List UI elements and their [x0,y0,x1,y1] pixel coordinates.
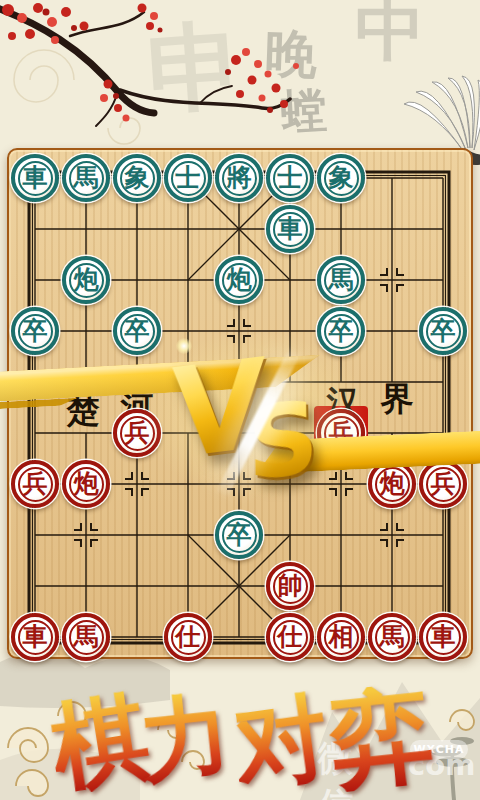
piece-character: 炮 [74,471,99,496]
piece-black-cannon[interactable]: 炮 [62,256,110,304]
piece-ring: 將 [222,161,257,196]
piece-ring: 車 [18,620,53,655]
piece-ring: 士 [171,161,206,196]
piece-ring: 相 [324,620,359,655]
piece-character: 兵 [23,471,48,496]
piece-black-chariot[interactable]: 車 [266,205,314,253]
piece-ring: 馬 [324,263,359,298]
piece-red-soldier[interactable]: 兵 [11,460,59,508]
piece-character: 馬 [329,267,354,292]
piece-red-horse[interactable]: 馬 [62,613,110,661]
piece-ring: 兵 [18,467,53,502]
piece-ring: 兵 [426,467,461,502]
piece-ring: 車 [273,212,308,247]
piece-ring: 卒 [18,314,53,349]
piece-character: 象 [329,165,354,190]
piece-black-cannon[interactable]: 炮 [215,256,263,304]
xiangqi-match-screen: { "game": "xiangqi", "position": { "fen"… [0,0,480,800]
piece-character: 兵 [431,471,456,496]
piece-black-soldier[interactable]: 卒 [11,307,59,355]
piece-ring: 卒 [426,314,461,349]
piece-black-soldier[interactable]: 卒 [419,307,467,355]
piece-black-soldier[interactable]: 卒 [317,307,365,355]
piece-ring: 帥 [273,569,308,604]
piece-character: 士 [278,165,303,190]
piece-red-chariot[interactable]: 車 [11,613,59,661]
piece-black-horse[interactable]: 馬 [62,154,110,202]
piece-ring: 車 [18,161,53,196]
piece-ring: 車 [426,620,461,655]
piece-character: 炮 [74,267,99,292]
piece-character: 卒 [227,522,252,547]
piece-ring: 仕 [171,620,206,655]
piece-black-soldier[interactable]: 卒 [215,511,263,559]
piece-character: 炮 [380,471,405,496]
piece-red-soldier[interactable]: 兵 [419,460,467,508]
piece-character: 馬 [74,624,99,649]
piece-character: 車 [23,165,48,190]
piece-character: 卒 [431,318,456,343]
piece-black-advisor[interactable]: 士 [266,154,314,202]
piece-character: 仕 [176,624,201,649]
piece-character: 相 [329,624,354,649]
piece-red-soldier[interactable]: 兵 [317,409,365,457]
piece-black-general[interactable]: 將 [215,154,263,202]
piece-black-elephant[interactable]: 象 [317,154,365,202]
piece-ring: 馬 [69,620,104,655]
piece-ring: 兵 [324,416,359,451]
piece-character: 馬 [74,165,99,190]
piece-black-advisor[interactable]: 士 [164,154,212,202]
piece-character: 兵 [125,420,150,445]
piece-character: 象 [125,165,150,190]
piece-character: 卒 [23,318,48,343]
piece-black-horse[interactable]: 馬 [317,256,365,304]
piece-black-soldier[interactable]: 卒 [113,307,161,355]
piece-red-horse[interactable]: 馬 [368,613,416,661]
piece-ring: 卒 [120,314,155,349]
piece-character: 兵 [329,420,354,445]
piece-black-chariot[interactable]: 車 [11,154,59,202]
piece-character: 車 [23,624,48,649]
piece-character: 車 [431,624,456,649]
piece-character: 炮 [227,267,252,292]
piece-ring: 士 [273,161,308,196]
piece-character: 將 [227,165,252,190]
piece-character: 馬 [380,624,405,649]
piece-red-elephant[interactable]: 相 [317,613,365,661]
piece-character: 仕 [278,624,303,649]
piece-character: 卒 [329,318,354,343]
piece-ring: 炮 [69,263,104,298]
piece-ring: 馬 [69,161,104,196]
piece-red-soldier[interactable]: 兵 [113,409,161,457]
piece-red-cannon[interactable]: 炮 [62,460,110,508]
piece-ring: 馬 [375,620,410,655]
piece-ring: 卒 [324,314,359,349]
piece-ring: 象 [324,161,359,196]
piece-red-cannon[interactable]: 炮 [368,460,416,508]
piece-red-chariot[interactable]: 車 [419,613,467,661]
piece-ring: 兵 [120,416,155,451]
piece-ring: 炮 [375,467,410,502]
piece-ring: 象 [120,161,155,196]
piece-ring: 炮 [222,263,257,298]
piece-ring: 炮 [69,467,104,502]
piece-character: 士 [176,165,201,190]
piece-red-advisor[interactable]: 仕 [266,613,314,661]
pieces-layer: 車馬象士將士象車炮炮馬卒卒卒卒兵兵兵炮炮兵卒帥車馬仕仕相馬車 [0,0,480,800]
piece-character: 車 [278,216,303,241]
piece-red-advisor[interactable]: 仕 [164,613,212,661]
piece-character: 卒 [125,318,150,343]
piece-character: 帥 [278,573,303,598]
piece-ring: 卒 [222,518,257,553]
piece-black-elephant[interactable]: 象 [113,154,161,202]
piece-red-general[interactable]: 帥 [266,562,314,610]
piece-ring: 仕 [273,620,308,655]
